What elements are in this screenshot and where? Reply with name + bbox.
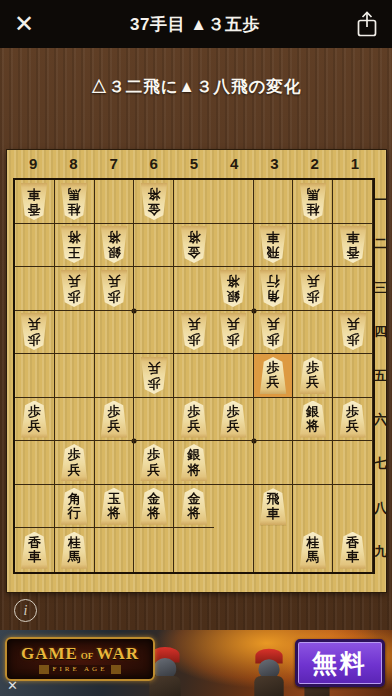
app-title: 37手目 ▲３五歩 (130, 13, 260, 36)
piece-歩兵-sente: 歩兵 (338, 401, 368, 438)
square-4-7 (214, 441, 254, 485)
piece-銀将-gote: 銀将 (218, 270, 248, 307)
square-7-5 (95, 354, 135, 398)
square-8-5 (55, 354, 95, 398)
piece-歩兵-gote: 歩兵 (338, 313, 368, 350)
square-8-6 (55, 398, 95, 442)
square-2-4 (293, 311, 333, 355)
piece-歩兵-sente: 歩兵 (218, 401, 248, 438)
rank-label-1: 一 (375, 178, 386, 222)
square-3-9 (254, 528, 294, 572)
square-7-3: 歩兵 (95, 267, 135, 311)
square-4-4: 歩兵 (214, 311, 254, 355)
square-8-8: 角行 (55, 485, 95, 529)
rank-label-6: 六 (375, 398, 386, 442)
piece-玉将-sente: 玉将 (99, 488, 129, 525)
square-2-1: 桂馬 (293, 180, 333, 224)
piece-銀将-sente: 銀将 (298, 401, 328, 438)
piece-歩兵-sente: 歩兵 (19, 401, 49, 438)
file-label-6: 6 (134, 152, 174, 176)
shogi-board: 987654321 一二三四五六七八九 香車桂馬金将桂馬王将銀将金将飛車香車歩兵… (7, 150, 386, 592)
square-5-3 (174, 267, 214, 311)
square-6-5: 歩兵 (134, 354, 174, 398)
square-1-4: 歩兵 (333, 311, 373, 355)
piece-香車-gote: 香車 (19, 183, 49, 220)
square-9-2 (15, 224, 55, 268)
square-4-1 (214, 180, 254, 224)
square-4-5 (214, 354, 254, 398)
square-1-8 (333, 485, 373, 529)
piece-金将-sente: 金将 (139, 488, 169, 525)
piece-桂馬-sente: 桂馬 (59, 532, 89, 569)
square-9-3 (15, 267, 55, 311)
ad-logo-game: GAME (21, 644, 78, 664)
piece-歩兵-gote: 歩兵 (298, 270, 328, 307)
piece-角行-sente: 角行 (59, 488, 89, 525)
piece-桂馬-gote: 桂馬 (59, 183, 89, 220)
square-7-7 (95, 441, 135, 485)
square-3-5: 歩兵 (254, 354, 294, 398)
square-8-3: 歩兵 (55, 267, 95, 311)
ad-logo: GAME OF WAR FIRE AGE (5, 637, 155, 681)
piece-歩兵-gote: 歩兵 (179, 313, 209, 350)
piece-金将-gote: 金将 (179, 226, 209, 263)
piece-桂馬-gote: 桂馬 (298, 183, 328, 220)
piece-角行-gote: 角行 (258, 270, 288, 307)
top-bar: ✕ 37手目 ▲３五歩 (0, 0, 392, 48)
file-label-7: 7 (93, 152, 133, 176)
ad-free-button[interactable]: 無料 (295, 639, 385, 687)
square-8-9: 桂馬 (55, 528, 95, 572)
square-5-9 (174, 528, 214, 572)
piece-歩兵-sente: 歩兵 (298, 357, 328, 394)
square-4-2 (214, 224, 254, 268)
file-label-1: 1 (335, 152, 375, 176)
square-6-7: 歩兵 (134, 441, 174, 485)
square-7-8: 玉将 (95, 485, 135, 529)
file-label-9: 9 (13, 152, 53, 176)
piece-歩兵-gote: 歩兵 (258, 313, 288, 350)
piece-香車-sente: 香車 (19, 532, 49, 569)
square-6-2 (134, 224, 174, 268)
file-label-8: 8 (53, 152, 93, 176)
piece-歩兵-gote: 歩兵 (99, 270, 129, 307)
rank-label-7: 七 (375, 442, 386, 486)
ad-banner[interactable]: GAME OF WAR FIRE AGE 無料 ✕ (0, 630, 392, 696)
piece-歩兵-gote: 歩兵 (139, 357, 169, 394)
square-2-5: 歩兵 (293, 354, 333, 398)
piece-歩兵-gote: 歩兵 (218, 313, 248, 350)
square-8-7: 歩兵 (55, 441, 95, 485)
square-2-6: 銀将 (293, 398, 333, 442)
board-grid: 香車桂馬金将桂馬王将銀将金将飛車香車歩兵歩兵銀将角行歩兵歩兵歩兵歩兵歩兵歩兵歩兵… (13, 178, 375, 574)
piece-飛車-sente: 飛車 (258, 488, 288, 525)
square-4-8 (214, 485, 254, 529)
square-3-4: 歩兵 (254, 311, 294, 355)
square-6-4 (134, 311, 174, 355)
square-1-9: 香車 (333, 528, 373, 572)
warrior-illustration (251, 649, 287, 696)
ad-logo-of: OF (81, 651, 94, 661)
square-8-1: 桂馬 (55, 180, 95, 224)
variation-label: △３二飛に▲３八飛の変化 (0, 76, 392, 98)
square-9-1: 香車 (15, 180, 55, 224)
square-7-4 (95, 311, 135, 355)
square-3-8: 飛車 (254, 485, 294, 529)
square-9-4: 歩兵 (15, 311, 55, 355)
square-2-7 (293, 441, 333, 485)
piece-歩兵-sente: 歩兵 (99, 401, 129, 438)
file-label-4: 4 (214, 152, 254, 176)
square-2-9: 桂馬 (293, 528, 333, 572)
square-2-3: 歩兵 (293, 267, 333, 311)
square-9-5 (15, 354, 55, 398)
piece-歩兵-gote: 歩兵 (59, 270, 89, 307)
piece-香車-sente: 香車 (338, 532, 368, 569)
piece-歩兵-gote: 歩兵 (19, 313, 49, 350)
piece-歩兵-sente: 歩兵 (59, 444, 89, 481)
piece-歩兵-sente: 歩兵 (139, 444, 169, 481)
square-1-2: 香車 (333, 224, 373, 268)
square-9-6: 歩兵 (15, 398, 55, 442)
info-button[interactable]: i (14, 599, 37, 622)
rank-label-4: 四 (375, 310, 386, 354)
square-5-1 (174, 180, 214, 224)
square-5-2: 金将 (174, 224, 214, 268)
square-1-6: 歩兵 (333, 398, 373, 442)
square-5-8: 金将 (174, 485, 214, 529)
rank-label-9: 九 (375, 530, 386, 574)
piece-銀将-gote: 銀将 (99, 226, 129, 263)
square-9-7 (15, 441, 55, 485)
square-1-1 (333, 180, 373, 224)
piece-香車-gote: 香車 (338, 226, 368, 263)
file-label-3: 3 (254, 152, 294, 176)
square-7-2: 銀将 (95, 224, 135, 268)
square-6-3 (134, 267, 174, 311)
square-9-9: 香車 (15, 528, 55, 572)
square-4-6: 歩兵 (214, 398, 254, 442)
square-1-5 (333, 354, 373, 398)
ad-logo-war: WAR (96, 644, 139, 664)
piece-歩兵-sente: 歩兵 (258, 357, 288, 394)
share-icon[interactable] (356, 11, 378, 38)
square-2-2 (293, 224, 333, 268)
square-6-1: 金将 (134, 180, 174, 224)
rank-labels: 一二三四五六七八九 (375, 178, 386, 574)
square-9-8 (15, 485, 55, 529)
square-3-6 (254, 398, 294, 442)
file-label-5: 5 (174, 152, 214, 176)
close-icon[interactable]: ✕ (14, 12, 34, 36)
piece-銀将-sente: 銀将 (179, 444, 209, 481)
square-6-8: 金将 (134, 485, 174, 529)
square-4-3: 銀将 (214, 267, 254, 311)
ad-logo-subtitle: FIRE AGE (39, 665, 122, 674)
piece-金将-sente: 金将 (179, 488, 209, 525)
piece-桂馬-sente: 桂馬 (298, 532, 328, 569)
square-5-5 (174, 354, 214, 398)
file-label-2: 2 (295, 152, 335, 176)
square-7-6: 歩兵 (95, 398, 135, 442)
square-1-3 (333, 267, 373, 311)
square-6-6 (134, 398, 174, 442)
piece-歩兵-sente: 歩兵 (179, 401, 209, 438)
rank-label-2: 二 (375, 222, 386, 266)
square-8-2: 王将 (55, 224, 95, 268)
square-5-4: 歩兵 (174, 311, 214, 355)
square-3-2: 飛車 (254, 224, 294, 268)
ad-close-icon[interactable]: ✕ (7, 678, 18, 693)
square-4-9 (214, 528, 254, 572)
square-7-9 (95, 528, 135, 572)
square-3-1 (254, 180, 294, 224)
piece-飛車-gote: 飛車 (258, 226, 288, 263)
rank-label-5: 五 (375, 354, 386, 398)
square-5-7: 銀将 (174, 441, 214, 485)
piece-金将-gote: 金将 (139, 183, 169, 220)
square-6-9 (134, 528, 174, 572)
rank-label-3: 三 (375, 266, 386, 310)
square-5-6: 歩兵 (174, 398, 214, 442)
square-3-3: 角行 (254, 267, 294, 311)
square-7-1 (95, 180, 135, 224)
square-2-8 (293, 485, 333, 529)
square-8-4 (55, 311, 95, 355)
file-labels: 987654321 (13, 152, 375, 176)
square-3-7 (254, 441, 294, 485)
rank-label-8: 八 (375, 486, 386, 530)
piece-王将-gote: 王将 (59, 226, 89, 263)
square-1-7 (333, 441, 373, 485)
